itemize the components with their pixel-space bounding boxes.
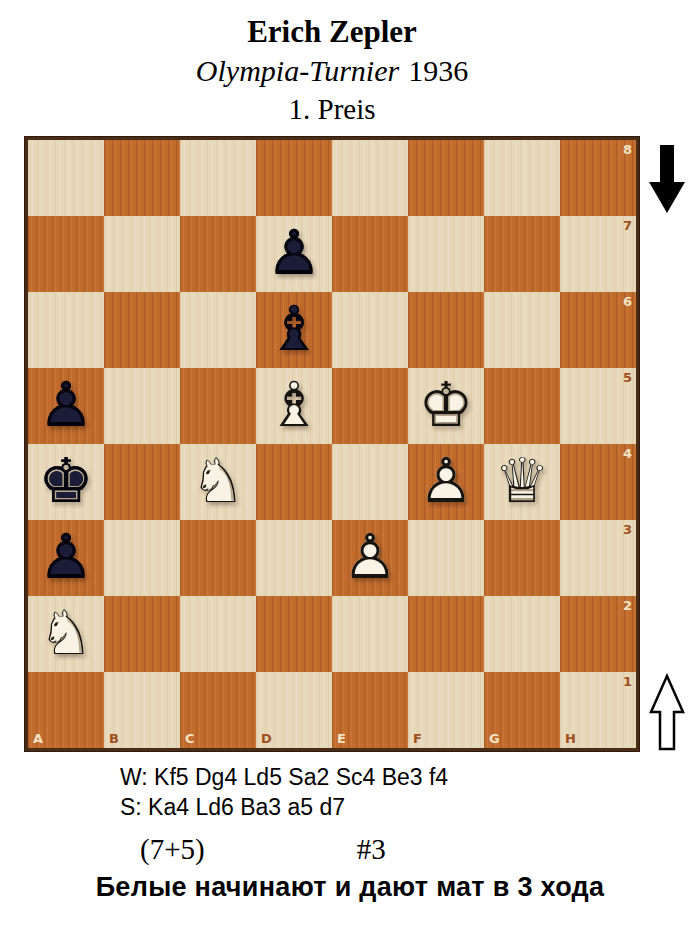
square-b2 xyxy=(104,596,180,672)
file-label-b: B xyxy=(109,732,119,745)
rank-label-4: 4 xyxy=(623,447,632,460)
rank-label-2: 2 xyxy=(623,599,632,612)
square-a5: ♟♙ xyxy=(28,368,104,444)
square-a3: ♟♙ xyxy=(28,520,104,596)
square-e1: E xyxy=(332,672,408,748)
tournament-name: Olympia-Turnier xyxy=(196,54,399,87)
square-g8 xyxy=(484,140,560,216)
square-b5 xyxy=(104,368,180,444)
square-h6: 6 xyxy=(560,292,636,368)
square-e3: ♟♙ xyxy=(332,520,408,596)
square-d4 xyxy=(256,444,332,520)
black-pawn-d7: ♟♙ xyxy=(256,216,332,292)
square-a1: A xyxy=(28,672,104,748)
rank-label-3: 3 xyxy=(623,523,632,536)
instruction-text: Белые начинают и дают мат в 3 хода xyxy=(0,870,700,905)
down-arrow-icon xyxy=(648,144,686,214)
square-b6 xyxy=(104,292,180,368)
file-label-c: C xyxy=(185,732,195,745)
square-f3 xyxy=(408,520,484,596)
white-queen-g4: ♛♕ xyxy=(484,444,560,520)
square-e2 xyxy=(332,596,408,672)
black-pawn-a3: ♟♙ xyxy=(28,520,104,596)
square-c7 xyxy=(180,216,256,292)
white-king-f5: ♚♔ xyxy=(408,368,484,444)
square-e7 xyxy=(332,216,408,292)
square-e5 xyxy=(332,368,408,444)
up-arrow-icon xyxy=(648,673,686,751)
square-g3 xyxy=(484,520,560,596)
square-h7: 7 xyxy=(560,216,636,292)
square-b3 xyxy=(104,520,180,596)
square-h3: 3 xyxy=(560,520,636,596)
caption-block: W: Kf5 Dg4 Ld5 Sa2 Sc4 Be3 f4 S: Ka4 Ld6… xyxy=(0,762,700,905)
composer-name: Erich Zepler xyxy=(0,12,664,51)
title-block: Erich Zepler Olympia-Turnier1936 1. Prei… xyxy=(0,0,664,129)
stipulation-row: (7+5)#3 xyxy=(0,831,700,867)
square-g6 xyxy=(484,292,560,368)
square-e4 xyxy=(332,444,408,520)
rank-label-7: 7 xyxy=(623,219,632,232)
square-a6 xyxy=(28,292,104,368)
file-label-h: H xyxy=(565,732,576,745)
square-g2 xyxy=(484,596,560,672)
square-f8 xyxy=(408,140,484,216)
black-king-a4: ♚♔ xyxy=(28,444,104,520)
square-d1: D xyxy=(256,672,332,748)
tournament-line: Olympia-Turnier1936 xyxy=(0,51,664,90)
square-e8 xyxy=(332,140,408,216)
square-f5: ♚♔ xyxy=(408,368,484,444)
board-row: 8♟♙7♝♗6♟♙♝♗♚♔5♚♔♞♘♟♙♛♕4♟♙♟♙3♞♘2ABCDEFG1H xyxy=(25,137,700,751)
square-b7 xyxy=(104,216,180,292)
mate-in-n: #3 xyxy=(357,833,386,865)
file-label-e: E xyxy=(337,732,346,745)
tournament-year: 1936 xyxy=(408,54,468,87)
square-h4: 4 xyxy=(560,444,636,520)
square-d5: ♝♗ xyxy=(256,368,332,444)
file-label-a: A xyxy=(33,732,43,745)
rank-label-6: 6 xyxy=(623,295,632,308)
square-f7 xyxy=(408,216,484,292)
material-count: (7+5) xyxy=(140,833,205,865)
square-f6 xyxy=(408,292,484,368)
rank-label-1: 1 xyxy=(623,675,632,688)
square-c4: ♞♘ xyxy=(180,444,256,520)
rank-label-8: 8 xyxy=(623,143,632,156)
square-c8 xyxy=(180,140,256,216)
square-g5 xyxy=(484,368,560,444)
square-h1: 1H xyxy=(560,672,636,748)
file-label-g: G xyxy=(489,732,500,745)
square-c5 xyxy=(180,368,256,444)
square-d7: ♟♙ xyxy=(256,216,332,292)
black-pawn-a5: ♟♙ xyxy=(28,368,104,444)
square-c6 xyxy=(180,292,256,368)
white-knight-c4: ♞♘ xyxy=(180,444,256,520)
square-f4: ♟♙ xyxy=(408,444,484,520)
square-g4: ♛♕ xyxy=(484,444,560,520)
square-g1: G xyxy=(484,672,560,748)
square-d3 xyxy=(256,520,332,596)
white-knight-a2: ♞♘ xyxy=(28,596,104,672)
orientation-arrows xyxy=(648,137,686,751)
square-a8 xyxy=(28,140,104,216)
square-b1: B xyxy=(104,672,180,748)
square-c3 xyxy=(180,520,256,596)
square-e6 xyxy=(332,292,408,368)
square-a4: ♚♔ xyxy=(28,444,104,520)
square-d2 xyxy=(256,596,332,672)
square-h5: 5 xyxy=(560,368,636,444)
square-a2: ♞♘ xyxy=(28,596,104,672)
white-pawn-e3: ♟♙ xyxy=(332,520,408,596)
square-d8 xyxy=(256,140,332,216)
square-h2: 2 xyxy=(560,596,636,672)
file-label-f: F xyxy=(413,732,422,745)
square-f1: F xyxy=(408,672,484,748)
prize-line: 1. Preis xyxy=(0,90,664,129)
page: Erich Zepler Olympia-Turnier1936 1. Prei… xyxy=(0,0,700,928)
square-b8 xyxy=(104,140,180,216)
file-label-d: D xyxy=(261,732,272,745)
square-c2 xyxy=(180,596,256,672)
black-pieces-line: S: Ka4 Ld6 Ba3 a5 d7 xyxy=(0,792,700,822)
chess-board: 8♟♙7♝♗6♟♙♝♗♚♔5♚♔♞♘♟♙♛♕4♟♙♟♙3♞♘2ABCDEFG1H xyxy=(25,137,639,751)
white-pawn-f4: ♟♙ xyxy=(408,444,484,520)
square-a7 xyxy=(28,216,104,292)
white-pieces-line: W: Kf5 Dg4 Ld5 Sa2 Sc4 Be3 f4 xyxy=(0,762,700,792)
square-h8: 8 xyxy=(560,140,636,216)
square-d6: ♝♗ xyxy=(256,292,332,368)
square-g7 xyxy=(484,216,560,292)
square-f2 xyxy=(408,596,484,672)
square-b4 xyxy=(104,444,180,520)
white-bishop-d5: ♝♗ xyxy=(256,368,332,444)
black-bishop-d6: ♝♗ xyxy=(256,292,332,368)
rank-label-5: 5 xyxy=(623,371,632,384)
square-c1: C xyxy=(180,672,256,748)
